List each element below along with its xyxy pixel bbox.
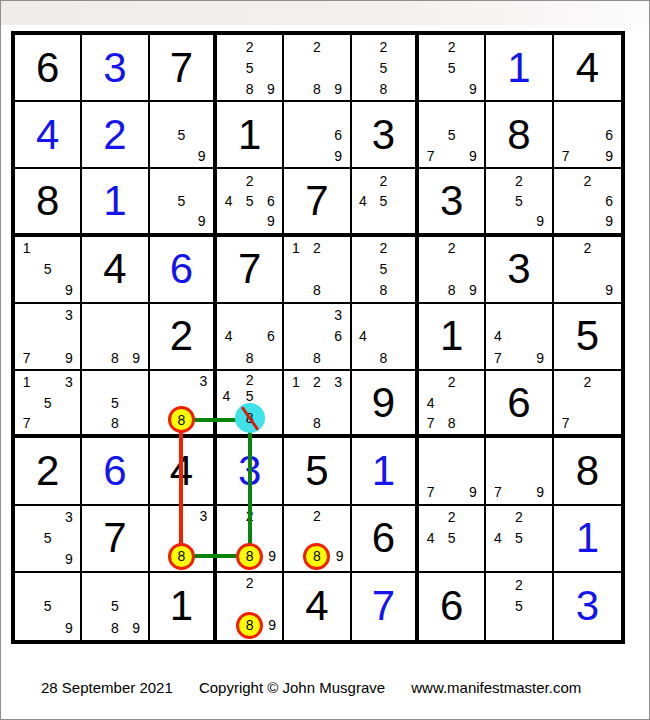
candidate-slot-r8c7-9: [462, 549, 483, 570]
candidate-digit: 8: [313, 549, 321, 563]
cell-r1c6[interactable]: 258: [352, 35, 419, 102]
cell-r9c1[interactable]: 59: [15, 573, 82, 640]
cell-r4c1[interactable]: 159: [15, 237, 82, 304]
cell-r5c6[interactable]: 48: [352, 304, 419, 371]
candidate-slot-r5c5-7: [285, 347, 306, 368]
cell-r8c9[interactable]: 1: [554, 506, 621, 573]
solved-digit: 7: [372, 585, 395, 627]
cell-r7c8[interactable]: 79: [486, 438, 553, 505]
pencil-marks: 79: [420, 439, 483, 502]
pencil-marks: 38: [151, 507, 212, 570]
pencil-marks: 89: [83, 305, 146, 368]
candidate-digit: 4: [427, 396, 435, 410]
candidate-slot-r9c8-8: [508, 617, 529, 639]
top-strip: [1, 1, 649, 25]
candidate-slot-r7c8-5: [508, 460, 529, 481]
candidate-slot-r3c8-9: 9: [530, 211, 551, 231]
candidate-slot-r3c6-8: [373, 211, 393, 231]
candidate-slot-r4c9-3: [598, 238, 620, 259]
candidate-slot-r6c7-3: [462, 372, 483, 392]
candidate-slot-r5c5-8: 8: [306, 347, 327, 368]
candidate-slot-r6c2-5: 5: [104, 393, 125, 413]
candidate-slot-r1c4-4: [218, 57, 239, 78]
cell-r2c8[interactable]: 8: [486, 102, 553, 169]
candidate-slot-r8c8-8: [508, 549, 529, 570]
cell-r7c7[interactable]: 79: [419, 438, 486, 505]
footer-url[interactable]: www.manifestmaster.com: [411, 679, 581, 696]
cell-r7c4[interactable]: 3: [217, 438, 284, 505]
given-digit: 8: [507, 114, 530, 156]
cell-r4c9[interactable]: 29: [554, 237, 621, 304]
candidate-slot-r4c7-9: 9: [462, 280, 483, 301]
candidate-digit: 5: [177, 194, 185, 208]
candidate-digit: 8: [379, 283, 387, 297]
candidate-slot-r8c4-7: [218, 543, 236, 570]
candidate-slot-r5c1-7: 7: [16, 347, 37, 368]
cell-r5c1[interactable]: 379: [15, 304, 82, 371]
candidate-slot-r6c3-3: 3: [195, 372, 212, 389]
candidate-slot-r3c4-2: 2: [239, 170, 260, 190]
candidate-digit: 9: [469, 485, 477, 499]
candidate-digit: 8: [448, 416, 456, 430]
candidate-slot-r8c7-7: [420, 549, 441, 570]
candidate-slot-r8c7-4: 4: [420, 528, 441, 549]
candidate-slot-r5c8-4: 4: [487, 326, 508, 347]
pencil-marks: 2478: [420, 372, 483, 433]
cell-r6c4[interactable]: 2458: [217, 371, 284, 438]
candidate-slot-r4c5-9: [328, 280, 349, 301]
candidate-slot-r2c3-1: [151, 103, 171, 124]
cell-r1c1[interactable]: 6: [15, 35, 82, 102]
candidate-slot-r6c7-9: [462, 413, 483, 433]
candidate-slot-r6c1-4: [16, 393, 37, 413]
cell-r1c3[interactable]: 7: [150, 35, 217, 102]
cell-r5c9[interactable]: 5: [554, 304, 621, 371]
cell-r4c5[interactable]: 128: [284, 237, 351, 304]
candidate-slot-r1c5-3: [328, 36, 349, 57]
cell-r4c8[interactable]: 3: [486, 237, 553, 304]
solved-digit: 6: [170, 248, 193, 290]
cell-r4c4[interactable]: 7: [217, 237, 284, 304]
cell-r5c8[interactable]: 479: [486, 304, 553, 371]
candidate-slot-r8c5-2: 2: [303, 507, 330, 525]
solved-digit: 3: [103, 47, 126, 89]
cell-r7c9[interactable]: 8: [554, 438, 621, 505]
pencil-marks: 27: [555, 372, 620, 433]
candidate-digit: 9: [469, 149, 477, 163]
candidate-slot-r2c3-8: [171, 145, 191, 166]
cell-r7c2[interactable]: 6: [82, 438, 149, 505]
cell-r8c4[interactable]: 289: [217, 506, 284, 573]
candidate-slot-r9c1-9: 9: [58, 617, 79, 639]
candidate-slot-r8c7-3: [462, 507, 483, 528]
candidate-slot-r9c1-8: [37, 617, 58, 639]
cell-r1c8[interactable]: 1: [486, 35, 553, 102]
candidate-slot-r5c5-4: [285, 326, 306, 347]
candidate-slot-r2c5-6: 6: [328, 124, 349, 145]
candidate-slot-r3c3-7: [151, 211, 171, 231]
cell-r1c7[interactable]: 259: [419, 35, 486, 102]
given-digit: 6: [507, 382, 530, 424]
cell-r2c3[interactable]: 59: [150, 102, 217, 169]
cell-r9c5[interactable]: 4: [284, 573, 351, 640]
candidate-slot-r9c8-5: 5: [508, 596, 529, 618]
candidate-slot-r2c9-3: [598, 103, 620, 124]
cell-r2c2[interactable]: 2: [82, 102, 149, 169]
candidate-slot-r8c4-5: [236, 525, 263, 543]
cell-r5c4[interactable]: 468: [217, 304, 284, 371]
candidate-slot-r6c1-2: [37, 372, 58, 392]
candidate-slot-r9c1-3: [58, 574, 79, 596]
candidate-slot-r6c3-8: 8: [168, 406, 195, 433]
candidate-slot-r8c5-4: [285, 525, 303, 543]
cell-r8c6[interactable]: 6: [352, 506, 419, 573]
cell-r9c9[interactable]: 3: [554, 573, 621, 640]
candidate-digit: 5: [515, 194, 523, 208]
candidate-digit: 6: [605, 194, 613, 208]
candidate-slot-r6c9-6: [598, 393, 620, 413]
cell-r5c2[interactable]: 89: [82, 304, 149, 371]
cell-r2c5[interactable]: 69: [284, 102, 351, 169]
pencil-marks: 269: [555, 170, 620, 231]
candidate-slot-r3c6-1: [353, 170, 373, 190]
given-digit: 3: [507, 248, 530, 290]
candidate-slot-r7c7-5: [441, 460, 462, 481]
candidate-slot-r4c7-8: 8: [441, 280, 462, 301]
candidate-digit: 2: [515, 510, 523, 524]
cell-r4c3[interactable]: 6: [150, 237, 217, 304]
cell-r5c7[interactable]: 1: [419, 304, 486, 371]
candidate-digit: 2: [448, 40, 456, 54]
candidate-slot-r4c9-5: [576, 259, 598, 280]
candidate-slot-r5c4-5: [239, 326, 260, 347]
candidate-digit: 2: [246, 40, 254, 54]
candidate-digit: 1: [292, 241, 300, 255]
candidate-slot-r1c4-2: 2: [239, 36, 260, 57]
candidate-slot-r6c4-2: 2: [235, 372, 265, 388]
cell-r6c3[interactable]: 38: [150, 371, 217, 438]
cell-r5c3[interactable]: 2: [150, 304, 217, 371]
candidate-slot-r4c9-7: [555, 280, 577, 301]
candidate-slot-r8c8-7: [487, 549, 508, 570]
cell-r6c6[interactable]: 9: [352, 371, 419, 438]
candidate-slot-r3c8-1: [487, 170, 508, 190]
candidate-digit: 7: [23, 351, 31, 365]
candidate-slot-r5c6-5: [373, 326, 393, 347]
candidate-slot-r6c3-7: [151, 406, 168, 433]
cell-r5c5[interactable]: 368: [284, 304, 351, 371]
given-digit: 1: [170, 585, 193, 627]
solved-digit: 3: [238, 450, 261, 492]
cell-r9c2[interactable]: 589: [82, 573, 149, 640]
cell-r4c2[interactable]: 4: [82, 237, 149, 304]
cell-r7c6[interactable]: 1: [352, 438, 419, 505]
cell-r6c5[interactable]: 1238: [284, 371, 351, 438]
cell-r1c5[interactable]: 289: [284, 35, 351, 102]
candidate-slot-r1c4-1: [218, 36, 239, 57]
candidate-slot-r2c5-9: 9: [328, 145, 349, 166]
candidate-slot-r5c2-6: [126, 326, 147, 347]
candidate-slot-r6c3-1: [151, 372, 168, 389]
candidate-slot-r5c6-1: [353, 305, 373, 326]
candidate-slot-r3c9-1: [555, 170, 577, 190]
candidate-slot-r5c2-9: 9: [126, 347, 147, 368]
cell-r3c4[interactable]: 24569: [217, 169, 284, 236]
candidate-slot-r6c1-5: 5: [37, 393, 58, 413]
candidate-slot-r8c3-8: 8: [168, 543, 195, 570]
cell-r9c6[interactable]: 7: [352, 573, 419, 640]
cell-r1c9[interactable]: 4: [554, 35, 621, 102]
candidate-digit: 4: [225, 329, 233, 343]
cell-r8c8[interactable]: 245: [486, 506, 553, 573]
pencil-marks: 59: [16, 574, 79, 639]
cell-r2c6[interactable]: 3: [352, 102, 419, 169]
candidate-digit: 2: [379, 174, 387, 188]
page: 6372589289258259144259169357986798159245…: [0, 0, 650, 720]
candidate-digit: 6: [334, 329, 342, 343]
candidate-slot-r6c2-1: [83, 372, 104, 392]
cell-r3c8[interactable]: 259: [486, 169, 553, 236]
candidate-slot-r9c1-6: [58, 596, 79, 618]
candidate-slot-r4c5-7: [285, 280, 306, 301]
candidate-digit: 4: [494, 531, 502, 545]
candidate-slot-r4c9-2: 2: [576, 238, 598, 259]
candidate-slot-r1c4-3: [260, 36, 281, 57]
candidate-slot-r4c7-6: [462, 259, 483, 280]
candidate-slot-r3c4-7: [218, 211, 239, 231]
candidate-digit: 8: [246, 618, 254, 632]
candidate-slot-r5c2-5: [104, 326, 125, 347]
given-digit: 4: [103, 248, 126, 290]
candidate-slot-r2c9-6: 6: [598, 124, 620, 145]
cell-r1c4[interactable]: 2589: [217, 35, 284, 102]
candidate-digit: 2: [448, 510, 456, 524]
candidate-slot-r1c7-6: [462, 57, 483, 78]
solved-digit: 4: [36, 114, 59, 156]
candidate-slot-r6c2-8: 8: [104, 413, 125, 433]
cell-r3c1[interactable]: 8: [15, 169, 82, 236]
candidate-digit: 9: [267, 214, 275, 228]
cell-r9c3[interactable]: 1: [150, 573, 217, 640]
candidate-slot-r3c9-3: [598, 170, 620, 190]
candidate-slot-r1c7-3: [462, 36, 483, 57]
candidate-slot-r6c4-7: [218, 403, 235, 433]
pencil-marks: 245: [353, 170, 414, 231]
candidate-slot-r9c4-1: [218, 574, 236, 593]
candidate-slot-r5c8-2: [508, 305, 529, 326]
candidate-slot-r2c7-8: [441, 145, 462, 166]
cell-r7c1[interactable]: 2: [15, 438, 82, 505]
candidate-slot-r3c3-9: 9: [192, 211, 212, 231]
candidate-digit: 5: [177, 128, 185, 142]
given-digit: 1: [238, 114, 261, 156]
candidate-slot-r6c7-5: [441, 393, 462, 413]
candidate-slot-r5c8-9: 9: [530, 347, 551, 368]
candidate-digit: 7: [494, 485, 502, 499]
candidate-slot-r4c9-8: [576, 280, 598, 301]
candidate-slot-r3c4-9: 9: [260, 211, 281, 231]
candidate-slot-r1c4-9: 9: [260, 78, 281, 99]
candidate-slot-r1c6-7: [353, 78, 373, 99]
cell-r3c6[interactable]: 245: [352, 169, 419, 236]
candidate-slot-r8c1-1: [16, 507, 37, 528]
cell-r9c4[interactable]: 289: [217, 573, 284, 640]
candidate-slot-r7c7-8: [441, 481, 462, 502]
given-digit: 3: [440, 180, 463, 222]
candidate-digit: 9: [605, 283, 613, 297]
candidate-slot-r2c7-3: [462, 103, 483, 124]
candidate-slot-r9c8-1: [487, 574, 508, 596]
cell-r2c4[interactable]: 1: [217, 102, 284, 169]
candidate-digit: 3: [200, 509, 208, 523]
candidate-slot-r1c4-7: [218, 78, 239, 99]
candidate-slot-r4c9-9: 9: [598, 280, 620, 301]
candidate-slot-r5c4-6: 6: [260, 326, 281, 347]
candidate-slot-r6c4-8: 8: [235, 403, 265, 433]
candidate-slot-r9c1-1: [16, 574, 37, 596]
cell-r9c7[interactable]: 6: [419, 573, 486, 640]
candidate-slot-r4c6-4: [353, 259, 373, 280]
solved-digit: 1: [507, 47, 530, 89]
candidate-slot-r6c9-3: [598, 372, 620, 392]
pencil-marks: 2589: [218, 36, 281, 99]
candidate-slot-r8c3-6: [195, 525, 212, 543]
candidate-slot-r4c1-2: [37, 238, 58, 259]
candidate-slot-r9c8-9: [530, 617, 551, 639]
cell-r6c9[interactable]: 27: [554, 371, 621, 438]
candidate-slot-r5c4-2: [239, 305, 260, 326]
candidate-slot-r5c4-3: [260, 305, 281, 326]
cell-r8c1[interactable]: 359: [15, 506, 82, 573]
candidate-slot-r3c9-9: 9: [598, 211, 620, 231]
candidate-slot-r1c5-1: [285, 36, 306, 57]
candidate-digit: 9: [65, 552, 73, 566]
candidate-slot-r7c8-7: 7: [487, 481, 508, 502]
given-digit: 7: [170, 47, 193, 89]
candidate-slot-r5c5-1: [285, 305, 306, 326]
candidate-digit: 4: [494, 329, 502, 343]
candidate-slot-r5c1-4: [16, 326, 37, 347]
candidate-digit: 1: [23, 241, 31, 255]
candidate-slot-r6c2-3: [126, 372, 147, 392]
candidate-slot-r6c7-6: [462, 393, 483, 413]
candidate-slot-r8c3-1: [151, 507, 168, 525]
candidate-slot-r4c7-7: [420, 280, 441, 301]
given-digit: 4: [305, 585, 328, 627]
candidate-digit: 5: [44, 396, 52, 410]
candidate-slot-r7c7-7: 7: [420, 481, 441, 502]
pencil-marks: 25: [487, 574, 550, 639]
candidate-digit: 2: [515, 578, 523, 592]
candidate-slot-r9c8-2: 2: [508, 574, 529, 596]
cell-r7c5[interactable]: 5: [284, 438, 351, 505]
candidate-slot-r5c1-2: [37, 305, 58, 326]
cell-r2c1[interactable]: 4: [15, 102, 82, 169]
candidate-slot-r5c6-3: [394, 305, 414, 326]
candidate-slot-r8c4-4: [218, 525, 236, 543]
candidate-slot-r4c9-6: [598, 259, 620, 280]
candidate-slot-r3c6-5: 5: [373, 191, 393, 211]
candidate-slot-r2c9-5: [576, 124, 598, 145]
cell-r4c7[interactable]: 289: [419, 237, 486, 304]
cell-r6c7[interactable]: 2478: [419, 371, 486, 438]
chain-node-circle: 8: [168, 406, 195, 433]
candidate-digit: 7: [562, 149, 570, 163]
candidate-slot-r4c6-7: [353, 280, 373, 301]
cell-r4c6[interactable]: 258: [352, 237, 419, 304]
cell-r8c7[interactable]: 245: [419, 506, 486, 573]
candidate-digit: 9: [65, 283, 73, 297]
cell-r3c5[interactable]: 7: [284, 169, 351, 236]
candidate-slot-r8c8-9: [530, 549, 551, 570]
pencil-marks: 379: [16, 305, 79, 368]
candidate-slot-r6c5-9: [328, 413, 349, 433]
candidate-digit: 5: [111, 396, 119, 410]
candidate-slot-r1c4-5: 5: [239, 57, 260, 78]
candidate-slot-r8c1-9: 9: [58, 549, 79, 570]
candidate-slot-r9c2-7: [83, 617, 104, 639]
cell-r2c9[interactable]: 679: [554, 102, 621, 169]
cell-r6c2[interactable]: 58: [82, 371, 149, 438]
cell-r1c2[interactable]: 3: [82, 35, 149, 102]
candidate-slot-r3c9-8: [576, 211, 598, 231]
candidate-slot-r9c4-3: [263, 574, 281, 593]
candidate-digit: 5: [246, 61, 254, 75]
cell-r3c2[interactable]: 1: [82, 169, 149, 236]
candidate-slot-r9c2-6: [126, 596, 147, 618]
cell-r7c3[interactable]: 4: [150, 438, 217, 505]
candidate-digit: 2: [246, 576, 254, 590]
candidate-slot-r7c7-4: [420, 460, 441, 481]
candidate-slot-r6c4-1: [218, 372, 235, 388]
cell-r8c3[interactable]: 38: [150, 506, 217, 573]
cell-r3c9[interactable]: 269: [554, 169, 621, 236]
candidate-slot-r5c2-8: 8: [104, 347, 125, 368]
cell-r3c3[interactable]: 59: [150, 169, 217, 236]
candidate-slot-r7c8-2: [508, 439, 529, 460]
cell-r8c2[interactable]: 7: [82, 506, 149, 573]
cell-r3c7[interactable]: 3: [419, 169, 486, 236]
candidate-digit: 8: [313, 416, 321, 430]
candidate-slot-r5c1-6: [58, 326, 79, 347]
cell-r6c1[interactable]: 1357: [15, 371, 82, 438]
candidate-slot-r5c1-9: 9: [58, 347, 79, 368]
candidate-slot-r8c5-7: [285, 543, 303, 570]
candidate-slot-r8c7-1: [420, 507, 441, 528]
candidate-digit: 6: [605, 128, 613, 142]
pencil-marks: 24569: [218, 170, 281, 231]
candidate-slot-r5c5-9: [328, 347, 349, 368]
candidate-slot-r8c8-3: [530, 507, 551, 528]
cell-r6c8[interactable]: 6: [486, 371, 553, 438]
candidate-digit: 9: [198, 214, 206, 228]
candidate-slot-r6c9-7: 7: [555, 413, 577, 433]
cell-r2c7[interactable]: 579: [419, 102, 486, 169]
candidate-slot-r4c5-1: 1: [285, 238, 306, 259]
candidate-digit: 2: [379, 40, 387, 54]
candidate-slot-r9c2-2: [104, 574, 125, 596]
sudoku-board: 6372589289258259144259169357986798159245…: [11, 31, 625, 644]
cell-r9c8[interactable]: 25: [486, 573, 553, 640]
candidate-slot-r2c9-8: [576, 145, 598, 166]
candidate-digit: 9: [605, 214, 613, 228]
cell-r8c5[interactable]: 289: [284, 506, 351, 573]
candidate-slot-r5c4-9: [260, 347, 281, 368]
candidate-slot-r3c8-8: [508, 211, 529, 231]
candidate-slot-r3c6-9: [394, 211, 414, 231]
candidate-slot-r6c1-9: [58, 413, 79, 433]
candidate-slot-r5c6-4: 4: [353, 326, 373, 347]
